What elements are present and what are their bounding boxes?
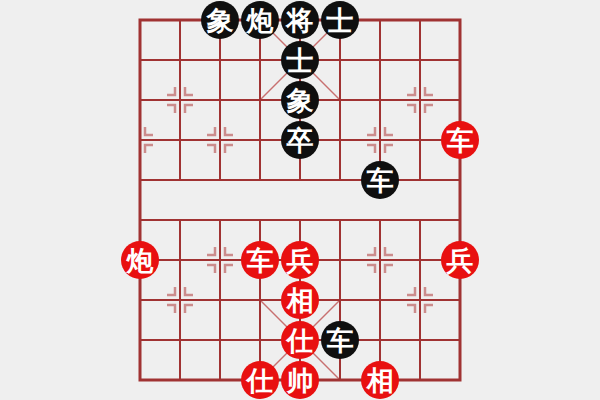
piece-red-soldier[interactable]: 兵 — [441, 241, 479, 279]
piece-black-chariot[interactable]: 车 — [361, 161, 399, 199]
piece-black-elephant[interactable]: 象 — [281, 81, 319, 119]
piece-black-general[interactable]: 将 — [281, 1, 319, 39]
piece-red-general[interactable]: 帅 — [281, 361, 319, 399]
piece-red-advisor[interactable]: 仕 — [241, 361, 279, 399]
piece-black-advisor[interactable]: 士 — [281, 41, 319, 79]
pieces-layer: 象炮将士士象卒车车炮车兵兵相仕车仕帅相 — [0, 0, 600, 400]
piece-black-cannon[interactable]: 炮 — [241, 1, 279, 39]
xiangqi-app: 象炮将士士象卒车车炮车兵兵相仕车仕帅相 — [0, 0, 600, 400]
piece-red-advisor[interactable]: 仕 — [281, 321, 319, 359]
piece-black-advisor[interactable]: 士 — [321, 1, 359, 39]
piece-red-elephant[interactable]: 相 — [361, 361, 399, 399]
piece-black-soldier[interactable]: 卒 — [281, 121, 319, 159]
piece-red-elephant[interactable]: 相 — [281, 281, 319, 319]
piece-red-soldier[interactable]: 兵 — [281, 241, 319, 279]
piece-red-cannon[interactable]: 炮 — [121, 241, 159, 279]
piece-black-chariot[interactable]: 车 — [321, 321, 359, 359]
piece-red-chariot[interactable]: 车 — [441, 121, 479, 159]
piece-red-chariot[interactable]: 车 — [241, 241, 279, 279]
piece-black-elephant[interactable]: 象 — [201, 1, 239, 39]
